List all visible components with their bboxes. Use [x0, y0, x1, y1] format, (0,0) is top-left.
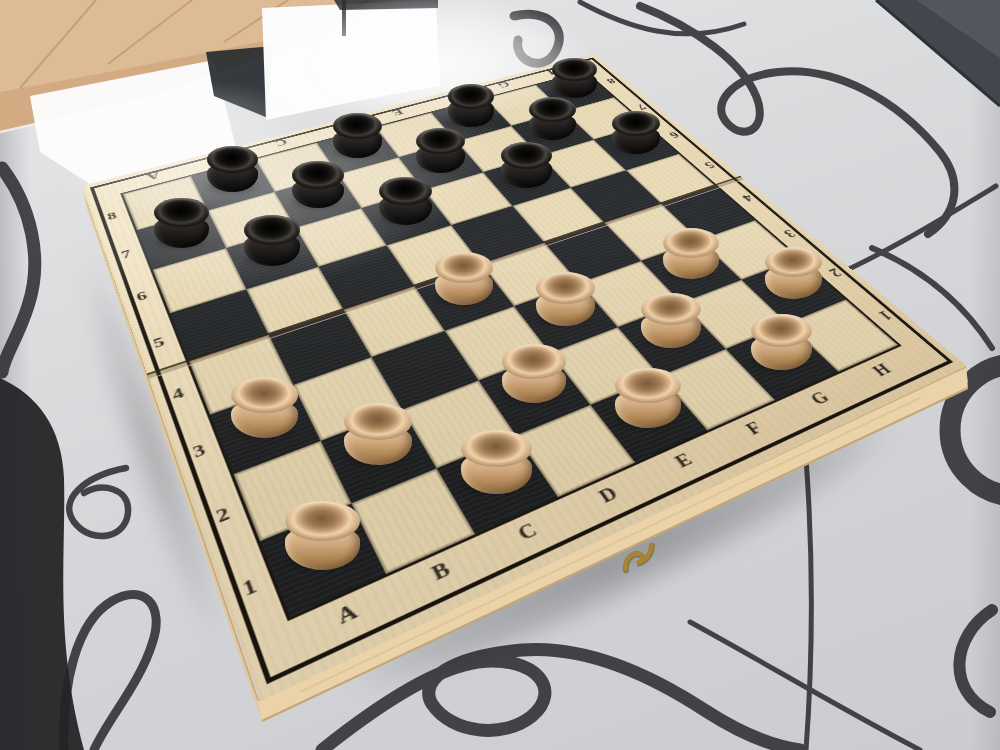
piece-white-e3[interactable]: ⛀ — [536, 272, 595, 327]
piece-white-f2[interactable]: ⛀ — [641, 293, 701, 349]
piece-black-f6[interactable]: ⛂ — [501, 142, 551, 188]
piece-white-c1[interactable]: ⛀ — [461, 430, 531, 495]
scene: AABBCCDDEEFFGGHH1122334455667788 ⛂⛂⛂⛂⛂⛂⛂… — [0, 0, 1000, 750]
piece-black-g7[interactable]: ⛂ — [529, 97, 576, 140]
piece-white-d4[interactable]: ⛀ — [435, 252, 493, 305]
piece-black-d8[interactable]: ⛂ — [333, 113, 382, 158]
piece-white-g1[interactable]: ⛀ — [751, 314, 813, 371]
piece-white-g3[interactable]: ⛀ — [663, 228, 719, 280]
piece-white-d2[interactable]: ⛀ — [502, 344, 566, 403]
piece-white-h2[interactable]: ⛀ — [765, 247, 822, 299]
piece-black-b8[interactable]: ⛂ — [207, 146, 258, 193]
piece-white-a3[interactable]: ⛀ — [231, 377, 298, 439]
piece-black-d6[interactable]: ⛂ — [379, 177, 432, 226]
piece-white-e1[interactable]: ⛀ — [615, 368, 681, 428]
piece-black-f8[interactable]: ⛂ — [448, 84, 494, 127]
piece-white-b2[interactable]: ⛀ — [344, 403, 413, 466]
piece-black-b6[interactable]: ⛂ — [244, 215, 300, 266]
pieces-layer: ⛂⛂⛂⛂⛂⛂⛂⛂⛂⛂⛂⛂⛀⛀⛀⛀⛀⛀⛀⛀⛀⛀⛀⛀ — [0, 0, 1000, 750]
piece-black-e7[interactable]: ⛂ — [416, 128, 466, 174]
piece-black-h8[interactable]: ⛂ — [552, 58, 596, 99]
piece-black-h6[interactable]: ⛂ — [612, 111, 660, 155]
piece-black-c7[interactable]: ⛂ — [292, 161, 344, 209]
piece-black-a7[interactable]: ⛂ — [154, 198, 209, 248]
piece-white-a1[interactable]: ⛀ — [285, 501, 361, 570]
